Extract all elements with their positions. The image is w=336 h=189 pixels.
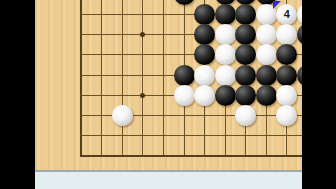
star-point: [140, 93, 145, 98]
go-board[interactable]: 4: [35, 0, 302, 170]
black-stone: [235, 44, 256, 65]
white-stone: [112, 105, 133, 126]
grid-line-vertical: [80, 0, 82, 157]
white-stone: [276, 105, 297, 126]
white-stone: [215, 65, 236, 86]
black-stone: [235, 65, 256, 86]
white-stone: [174, 85, 195, 106]
black-stone: [174, 0, 195, 5]
black-stone: [276, 65, 297, 86]
white-stone: [297, 4, 302, 25]
white-stone: [215, 44, 236, 65]
app-background-strip: [35, 170, 302, 189]
white-stone: [276, 85, 297, 106]
black-stone: [256, 85, 277, 106]
black-stone: [194, 44, 215, 65]
grid-line-vertical: [122, 0, 123, 157]
white-stone: [194, 65, 215, 86]
grid-line-horizontal: [80, 155, 302, 157]
grid-line-vertical: [163, 0, 164, 157]
white-stone: [235, 105, 256, 126]
star-point: [140, 32, 145, 37]
white-stone: [276, 24, 297, 45]
video-frame: 4: [0, 0, 336, 189]
move-number-label: 4: [284, 9, 290, 20]
white-stone: [194, 85, 215, 106]
black-stone: [215, 4, 236, 25]
white-stone: [256, 44, 277, 65]
black-stone: [235, 85, 256, 106]
white-stone: 4: [276, 4, 297, 25]
black-stone: [215, 85, 236, 106]
grid-line-vertical: [142, 0, 143, 157]
black-stone: [276, 44, 297, 65]
black-stone: [194, 4, 215, 25]
last-move-triangle-icon: [273, 1, 281, 9]
black-stone: [235, 4, 256, 25]
grid-line-vertical: [101, 0, 102, 157]
black-stone: [297, 65, 302, 86]
black-stone: [235, 24, 256, 45]
black-stone: [174, 65, 195, 86]
grid-line-horizontal: [80, 135, 302, 136]
black-stone: [194, 24, 215, 45]
black-stone: [297, 24, 302, 45]
black-stone: [256, 65, 277, 86]
white-stone: [215, 24, 236, 45]
white-stone: [256, 24, 277, 45]
